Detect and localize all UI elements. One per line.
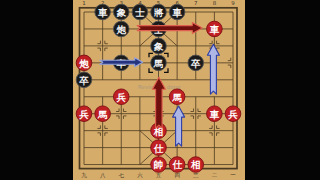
piece-red-仕[interactable]: 仕 bbox=[151, 140, 167, 156]
piece-glyph: 炮 bbox=[116, 24, 127, 35]
piece-glyph: 兵 bbox=[78, 109, 89, 120]
piece-black-象[interactable]: 象 bbox=[151, 38, 167, 54]
piece-red-車[interactable]: 車 bbox=[207, 21, 223, 37]
piece-glyph: 馬 bbox=[171, 92, 182, 103]
top-file-label: 1 bbox=[82, 0, 86, 6]
piece-glyph: 兵 bbox=[227, 109, 238, 120]
top-file-label: 7 bbox=[194, 0, 198, 6]
piece-glyph: 卒 bbox=[78, 75, 89, 86]
piece-glyph: 仕 bbox=[171, 159, 182, 170]
bottom-file-label: 三 bbox=[193, 172, 199, 178]
piece-red-炮[interactable]: 炮 bbox=[76, 55, 92, 71]
piece-black-炮[interactable]: 炮 bbox=[113, 21, 129, 37]
piece-glyph: 帥 bbox=[154, 159, 164, 170]
blue-arrow-file5-up bbox=[173, 106, 185, 146]
blue-arrow-file7-up bbox=[207, 44, 219, 94]
piece-glyph: 車 bbox=[209, 24, 220, 35]
bottom-file-labels: 九八七六五四三二一 bbox=[81, 172, 236, 179]
piece-glyph: 馬 bbox=[97, 109, 108, 120]
piece-black-車[interactable]: 車 bbox=[169, 4, 185, 20]
bottom-file-label: 七 bbox=[119, 172, 125, 178]
piece-red-兵[interactable]: 兵 bbox=[113, 89, 129, 105]
piece-red-兵[interactable]: 兵 bbox=[225, 106, 241, 122]
xiangqi-screenshot: 123456789九八七六五四三二一Review tu dong車象士將車炮士車… bbox=[0, 0, 320, 180]
piece-red-仕[interactable]: 仕 bbox=[169, 157, 185, 173]
piece-black-士[interactable]: 士 bbox=[132, 4, 148, 20]
piece-glyph: 士 bbox=[134, 7, 145, 18]
xiangqi-board[interactable]: 123456789九八七六五四三二一Review tu dong車象士將車炮士車… bbox=[0, 0, 320, 180]
piece-glyph: 車 bbox=[209, 109, 220, 120]
piece-glyph: 炮 bbox=[78, 58, 89, 69]
piece-black-象[interactable]: 象 bbox=[113, 4, 129, 20]
bottom-file-label: 五 bbox=[156, 172, 162, 178]
piece-black-車[interactable]: 車 bbox=[95, 4, 111, 20]
top-file-label: 9 bbox=[231, 0, 235, 6]
piece-glyph: 將 bbox=[153, 7, 164, 18]
piece-glyph: 象 bbox=[117, 7, 127, 18]
piece-red-相[interactable]: 相 bbox=[188, 157, 204, 173]
piece-glyph: 兵 bbox=[116, 92, 127, 103]
red-arrow-row1-right bbox=[137, 23, 202, 34]
top-file-label: 8 bbox=[213, 0, 217, 6]
piece-glyph: 車 bbox=[97, 7, 108, 18]
bottom-file-label: 二 bbox=[212, 172, 218, 178]
bottom-file-label: 四 bbox=[174, 172, 180, 179]
piece-red-馬[interactable]: 馬 bbox=[95, 106, 111, 122]
piece-glyph: 相 bbox=[190, 159, 201, 170]
piece-red-兵[interactable]: 兵 bbox=[76, 106, 92, 122]
red-arrow-file4-up bbox=[152, 77, 165, 128]
bottom-file-label: 六 bbox=[137, 172, 143, 178]
piece-red-馬[interactable]: 馬 bbox=[169, 89, 185, 105]
piece-black-卒[interactable]: 卒 bbox=[188, 55, 204, 71]
piece-red-車[interactable]: 車 bbox=[207, 106, 223, 122]
piece-red-帥[interactable]: 帥 bbox=[151, 157, 167, 173]
bottom-file-label: 九 bbox=[81, 172, 87, 178]
bottom-file-label: 八 bbox=[100, 172, 106, 179]
piece-black-卒[interactable]: 卒 bbox=[76, 72, 92, 88]
piece-black-馬[interactable]: 馬 bbox=[151, 55, 167, 71]
piece-glyph: 仕 bbox=[153, 143, 164, 154]
piece-glyph: 象 bbox=[154, 41, 164, 52]
bottom-file-label: 一 bbox=[230, 172, 236, 178]
piece-glyph: 車 bbox=[171, 7, 182, 18]
piece-glyph: 馬 bbox=[153, 58, 164, 69]
piece-black-將[interactable]: 將 bbox=[151, 4, 167, 20]
piece-glyph: 卒 bbox=[190, 58, 201, 69]
